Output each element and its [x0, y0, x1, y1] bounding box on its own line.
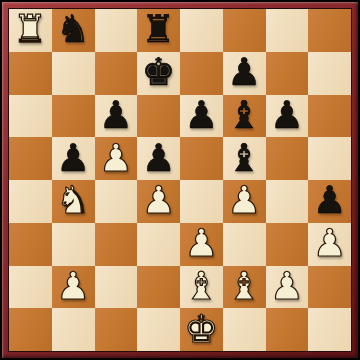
square-c2[interactable] — [95, 266, 138, 309]
square-g8[interactable] — [266, 9, 309, 52]
square-f5[interactable]: ♝ — [223, 137, 266, 180]
square-b1[interactable] — [52, 308, 95, 351]
piece-white-knight: ♞ — [56, 181, 90, 219]
chess-board: ♜♞♜♚♟♟♟♝♟♟♟♟♝♞♟♟♟♟♟♟♝♝♟♚ — [8, 8, 352, 352]
square-f6[interactable]: ♝ — [223, 95, 266, 138]
square-a6[interactable] — [9, 95, 52, 138]
square-h1[interactable] — [308, 308, 351, 351]
square-d6[interactable] — [137, 95, 180, 138]
piece-black-pawn: ♟ — [227, 53, 261, 91]
square-e4[interactable] — [180, 180, 223, 223]
piece-white-king: ♚ — [184, 310, 218, 348]
piece-black-pawn: ♟ — [313, 181, 347, 219]
square-e3[interactable]: ♟ — [180, 223, 223, 266]
piece-black-bishop: ♝ — [227, 96, 261, 134]
piece-white-pawn: ♟ — [270, 267, 304, 305]
square-f2[interactable]: ♝ — [223, 266, 266, 309]
square-a7[interactable] — [9, 52, 52, 95]
square-b7[interactable] — [52, 52, 95, 95]
piece-white-pawn: ♟ — [142, 181, 176, 219]
square-b2[interactable]: ♟ — [52, 266, 95, 309]
square-h3[interactable]: ♟ — [308, 223, 351, 266]
square-f7[interactable]: ♟ — [223, 52, 266, 95]
square-h4[interactable]: ♟ — [308, 180, 351, 223]
square-d7[interactable]: ♚ — [137, 52, 180, 95]
chess-board-frame: ♜♞♜♚♟♟♟♝♟♟♟♟♝♞♟♟♟♟♟♟♝♝♟♚ — [0, 0, 360, 360]
piece-black-pawn: ♟ — [56, 139, 90, 177]
square-e8[interactable] — [180, 9, 223, 52]
square-g2[interactable]: ♟ — [266, 266, 309, 309]
square-h6[interactable] — [308, 95, 351, 138]
square-h2[interactable] — [308, 266, 351, 309]
square-a1[interactable] — [9, 308, 52, 351]
square-e5[interactable] — [180, 137, 223, 180]
square-a8[interactable]: ♜ — [9, 9, 52, 52]
square-g6[interactable]: ♟ — [266, 95, 309, 138]
square-f1[interactable] — [223, 308, 266, 351]
square-e7[interactable] — [180, 52, 223, 95]
square-c3[interactable] — [95, 223, 138, 266]
piece-black-pawn: ♟ — [270, 96, 304, 134]
square-a4[interactable] — [9, 180, 52, 223]
piece-black-king: ♚ — [142, 53, 176, 91]
square-c8[interactable] — [95, 9, 138, 52]
square-h8[interactable] — [308, 9, 351, 52]
square-a3[interactable] — [9, 223, 52, 266]
square-c6[interactable]: ♟ — [95, 95, 138, 138]
square-f3[interactable] — [223, 223, 266, 266]
square-b4[interactable]: ♞ — [52, 180, 95, 223]
piece-white-pawn: ♟ — [313, 224, 347, 262]
square-g4[interactable] — [266, 180, 309, 223]
square-d1[interactable] — [137, 308, 180, 351]
square-d3[interactable] — [137, 223, 180, 266]
piece-white-pawn: ♟ — [99, 139, 133, 177]
square-a5[interactable] — [9, 137, 52, 180]
square-c5[interactable]: ♟ — [95, 137, 138, 180]
square-e6[interactable]: ♟ — [180, 95, 223, 138]
square-b5[interactable]: ♟ — [52, 137, 95, 180]
piece-black-pawn: ♟ — [184, 96, 218, 134]
square-c7[interactable] — [95, 52, 138, 95]
piece-black-pawn: ♟ — [99, 96, 133, 134]
square-a2[interactable] — [9, 266, 52, 309]
piece-white-bishop: ♝ — [227, 267, 261, 305]
square-g7[interactable] — [266, 52, 309, 95]
square-c1[interactable] — [95, 308, 138, 351]
square-e2[interactable]: ♝ — [180, 266, 223, 309]
piece-white-pawn: ♟ — [56, 267, 90, 305]
piece-black-pawn: ♟ — [142, 139, 176, 177]
square-g3[interactable] — [266, 223, 309, 266]
piece-black-rook: ♜ — [142, 10, 176, 48]
square-f4[interactable]: ♟ — [223, 180, 266, 223]
square-h5[interactable] — [308, 137, 351, 180]
square-g1[interactable] — [266, 308, 309, 351]
piece-black-bishop: ♝ — [227, 139, 261, 177]
piece-white-pawn: ♟ — [184, 224, 218, 262]
square-h7[interactable] — [308, 52, 351, 95]
square-e1[interactable]: ♚ — [180, 308, 223, 351]
piece-black-knight: ♞ — [56, 10, 90, 48]
piece-white-pawn: ♟ — [227, 181, 261, 219]
square-b6[interactable] — [52, 95, 95, 138]
square-d5[interactable]: ♟ — [137, 137, 180, 180]
piece-white-rook: ♜ — [13, 10, 47, 48]
square-b8[interactable]: ♞ — [52, 9, 95, 52]
square-d4[interactable]: ♟ — [137, 180, 180, 223]
square-g5[interactable] — [266, 137, 309, 180]
square-b3[interactable] — [52, 223, 95, 266]
square-c4[interactable] — [95, 180, 138, 223]
square-d2[interactable] — [137, 266, 180, 309]
piece-white-bishop: ♝ — [184, 267, 218, 305]
square-d8[interactable]: ♜ — [137, 9, 180, 52]
square-f8[interactable] — [223, 9, 266, 52]
